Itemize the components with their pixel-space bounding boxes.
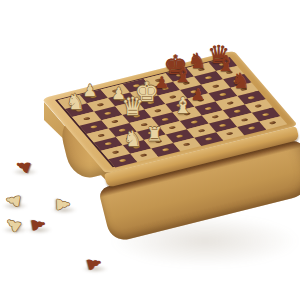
peg-hole — [176, 134, 184, 138]
peg-hole — [262, 113, 270, 117]
peg-hole — [204, 107, 212, 111]
peg-hole — [233, 110, 241, 114]
peg-hole — [169, 126, 177, 130]
captured-piece-glyph: ♟ — [54, 197, 72, 213]
peg-hole — [190, 120, 198, 124]
peg-hole — [104, 111, 112, 115]
peg-hole — [247, 96, 255, 100]
product-photo-chess-set: ♚♞♛♝♝♟♟♞♟♞♟♚♛♝♞♜ ♟♟♟♟♟♟ — [0, 0, 300, 300]
chess-piece-light-queen: ♛ — [121, 94, 143, 119]
peg-hole — [82, 117, 90, 121]
peg-hole — [255, 104, 263, 108]
peg-hole — [161, 148, 169, 152]
peg-hole — [211, 84, 219, 88]
peg-hole — [226, 101, 234, 105]
peg-hole — [219, 93, 227, 97]
peg-hole — [97, 133, 105, 137]
peg-hole — [111, 120, 119, 124]
peg-hole — [269, 121, 277, 125]
peg-hole — [204, 76, 212, 80]
peg-hole — [183, 143, 191, 147]
peg-hole — [140, 153, 148, 157]
peg-hole — [111, 150, 119, 154]
peg-hole — [161, 117, 169, 121]
peg-hole — [204, 137, 212, 141]
peg-hole — [247, 126, 255, 130]
peg-hole — [154, 109, 162, 113]
chess-piece-light-knight: ♞ — [66, 92, 85, 113]
peg-hole — [212, 115, 220, 119]
chess-piece-light-rook: ♜ — [146, 125, 163, 144]
captured-piece-glyph: ♟ — [4, 192, 23, 210]
chess-piece-dark-knight: ♞ — [231, 71, 250, 92]
chess-piece-dark-bishop: ♝ — [173, 64, 193, 86]
peg-hole — [240, 118, 248, 122]
chess-piece-light-knight: ♞ — [124, 129, 143, 150]
peg-hole — [118, 159, 126, 163]
peg-hole — [197, 129, 205, 133]
peg-hole — [97, 103, 105, 107]
chess-piece-light-bishop: ♝ — [173, 95, 193, 117]
captured-piece-glyph: ♟ — [28, 216, 47, 234]
peg-hole — [90, 125, 98, 129]
peg-hole — [226, 132, 234, 136]
peg-hole — [104, 142, 112, 146]
peg-hole — [219, 123, 227, 127]
